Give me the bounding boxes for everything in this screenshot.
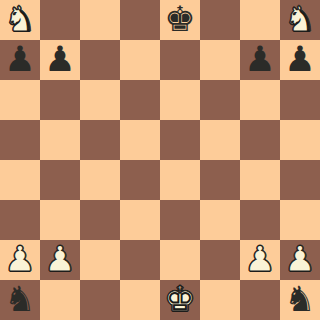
square-d5[interactable] xyxy=(120,120,160,160)
square-d6[interactable] xyxy=(120,80,160,120)
square-a3[interactable] xyxy=(0,200,40,240)
piece-white-pawn[interactable]: ♟ xyxy=(44,240,75,279)
piece-black-knight[interactable]: ♞ xyxy=(4,280,35,319)
square-f6[interactable] xyxy=(200,80,240,120)
square-g8[interactable] xyxy=(240,0,280,40)
square-g6[interactable] xyxy=(240,80,280,120)
piece-black-pawn[interactable]: ♟ xyxy=(4,40,35,79)
square-a1[interactable]: ♞ xyxy=(0,280,40,320)
piece-black-pawn[interactable]: ♟ xyxy=(244,40,275,79)
square-d1[interactable] xyxy=(120,280,160,320)
square-d8[interactable] xyxy=(120,0,160,40)
square-c5[interactable] xyxy=(80,120,120,160)
square-e2[interactable] xyxy=(160,240,200,280)
piece-white-pawn[interactable]: ♟ xyxy=(4,240,35,279)
square-e1[interactable]: ♚ xyxy=(160,280,200,320)
square-b3[interactable] xyxy=(40,200,80,240)
piece-white-king[interactable]: ♚ xyxy=(164,280,195,319)
square-c7[interactable] xyxy=(80,40,120,80)
piece-black-knight[interactable]: ♞ xyxy=(284,280,315,319)
square-h8[interactable]: ♞ xyxy=(280,0,320,40)
square-h5[interactable] xyxy=(280,120,320,160)
square-f3[interactable] xyxy=(200,200,240,240)
square-e4[interactable] xyxy=(160,160,200,200)
piece-black-pawn[interactable]: ♟ xyxy=(284,40,315,79)
square-g2[interactable]: ♟ xyxy=(240,240,280,280)
square-a4[interactable] xyxy=(0,160,40,200)
chess-board: ♞♚♞♟♟♟♟♟♟♟♟♞♚♞ xyxy=(0,0,320,320)
square-a8[interactable]: ♞ xyxy=(0,0,40,40)
square-c2[interactable] xyxy=(80,240,120,280)
square-e7[interactable] xyxy=(160,40,200,80)
square-e6[interactable] xyxy=(160,80,200,120)
square-h7[interactable]: ♟ xyxy=(280,40,320,80)
square-h3[interactable] xyxy=(280,200,320,240)
square-d4[interactable] xyxy=(120,160,160,200)
piece-black-king[interactable]: ♚ xyxy=(164,0,195,39)
piece-black-pawn[interactable]: ♟ xyxy=(44,40,75,79)
piece-white-pawn[interactable]: ♟ xyxy=(244,240,275,279)
square-d2[interactable] xyxy=(120,240,160,280)
square-g7[interactable]: ♟ xyxy=(240,40,280,80)
square-b1[interactable] xyxy=(40,280,80,320)
square-h6[interactable] xyxy=(280,80,320,120)
square-f2[interactable] xyxy=(200,240,240,280)
square-a7[interactable]: ♟ xyxy=(0,40,40,80)
square-d7[interactable] xyxy=(120,40,160,80)
piece-white-pawn[interactable]: ♟ xyxy=(284,240,315,279)
square-g4[interactable] xyxy=(240,160,280,200)
square-h2[interactable]: ♟ xyxy=(280,240,320,280)
square-d3[interactable] xyxy=(120,200,160,240)
square-f4[interactable] xyxy=(200,160,240,200)
square-e3[interactable] xyxy=(160,200,200,240)
square-c6[interactable] xyxy=(80,80,120,120)
piece-white-knight[interactable]: ♞ xyxy=(284,0,315,39)
piece-white-knight[interactable]: ♞ xyxy=(4,0,35,39)
square-f8[interactable] xyxy=(200,0,240,40)
square-g1[interactable] xyxy=(240,280,280,320)
square-f7[interactable] xyxy=(200,40,240,80)
square-a2[interactable]: ♟ xyxy=(0,240,40,280)
square-b2[interactable]: ♟ xyxy=(40,240,80,280)
square-b6[interactable] xyxy=(40,80,80,120)
square-f5[interactable] xyxy=(200,120,240,160)
square-b7[interactable]: ♟ xyxy=(40,40,80,80)
square-f1[interactable] xyxy=(200,280,240,320)
square-a6[interactable] xyxy=(0,80,40,120)
square-g3[interactable] xyxy=(240,200,280,240)
square-c8[interactable] xyxy=(80,0,120,40)
square-c3[interactable] xyxy=(80,200,120,240)
square-e5[interactable] xyxy=(160,120,200,160)
square-a5[interactable] xyxy=(0,120,40,160)
square-g5[interactable] xyxy=(240,120,280,160)
square-c4[interactable] xyxy=(80,160,120,200)
square-b4[interactable] xyxy=(40,160,80,200)
square-e8[interactable]: ♚ xyxy=(160,0,200,40)
square-b5[interactable] xyxy=(40,120,80,160)
square-h1[interactable]: ♞ xyxy=(280,280,320,320)
square-b8[interactable] xyxy=(40,0,80,40)
square-h4[interactable] xyxy=(280,160,320,200)
square-c1[interactable] xyxy=(80,280,120,320)
